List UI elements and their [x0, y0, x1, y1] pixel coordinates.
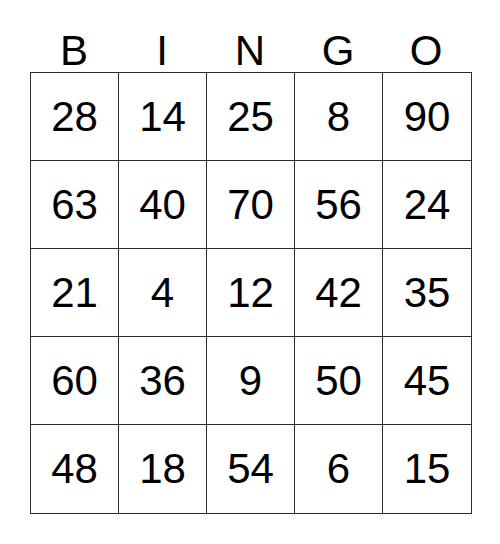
bingo-cell-r2c1[interactable]: 63 — [31, 161, 119, 249]
header-letter-i: I — [118, 0, 206, 72]
bingo-cell-r1c2[interactable]: 14 — [119, 73, 207, 161]
header-letter-o: O — [382, 0, 470, 72]
bingo-cell-r3c2[interactable]: 4 — [119, 249, 207, 337]
bingo-cell-r4c2[interactable]: 36 — [119, 337, 207, 425]
bingo-header: B I N G O — [30, 0, 470, 72]
bingo-cell-r2c4[interactable]: 56 — [295, 161, 383, 249]
bingo-cell-r5c2[interactable]: 18 — [119, 425, 207, 513]
header-letter-g: G — [294, 0, 382, 72]
bingo-cell-r2c2[interactable]: 40 — [119, 161, 207, 249]
bingo-cell-r3c5[interactable]: 35 — [383, 249, 471, 337]
bingo-cell-r3c4[interactable]: 42 — [295, 249, 383, 337]
bingo-cell-r4c4[interactable]: 50 — [295, 337, 383, 425]
bingo-cell-r4c3[interactable]: 9 — [207, 337, 295, 425]
bingo-cell-r4c1[interactable]: 60 — [31, 337, 119, 425]
bingo-cell-r1c1[interactable]: 28 — [31, 73, 119, 161]
bingo-cell-r5c1[interactable]: 48 — [31, 425, 119, 513]
bingo-cell-r2c5[interactable]: 24 — [383, 161, 471, 249]
bingo-board: 28 14 25 8 90 63 40 70 56 24 21 4 12 42 … — [30, 72, 472, 514]
bingo-cell-r4c5[interactable]: 45 — [383, 337, 471, 425]
bingo-card: B I N G O 28 14 25 8 90 63 40 70 56 24 2… — [30, 0, 470, 514]
bingo-cell-r1c4[interactable]: 8 — [295, 73, 383, 161]
bingo-cell-r5c5[interactable]: 15 — [383, 425, 471, 513]
bingo-cell-r5c3[interactable]: 54 — [207, 425, 295, 513]
bingo-cell-r1c3[interactable]: 25 — [207, 73, 295, 161]
bingo-cell-r2c3[interactable]: 70 — [207, 161, 295, 249]
bingo-cell-r1c5[interactable]: 90 — [383, 73, 471, 161]
bingo-cell-r3c1[interactable]: 21 — [31, 249, 119, 337]
header-letter-b: B — [30, 0, 118, 72]
bingo-cell-r3c3[interactable]: 12 — [207, 249, 295, 337]
header-letter-n: N — [206, 0, 294, 72]
bingo-cell-r5c4[interactable]: 6 — [295, 425, 383, 513]
